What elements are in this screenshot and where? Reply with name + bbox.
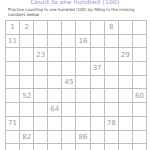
grid-cell-blank — [48, 48, 62, 62]
grid-cell-blank — [20, 103, 34, 117]
grid-cell-given: 82 — [20, 131, 34, 145]
grid-cell-blank — [20, 76, 34, 90]
grid-cell-blank — [62, 35, 76, 49]
grid-cell-blank — [119, 131, 133, 145]
grid-cell-given: 45 — [62, 76, 76, 90]
grid-cell-given: 16 — [76, 35, 90, 49]
hundred-chart-grid: 12811162329374552606471788286 — [5, 20, 147, 150]
grid-cell-blank — [91, 76, 105, 90]
grid-cell-blank — [34, 89, 48, 103]
grid-cell-blank — [119, 76, 133, 90]
grid-cell-blank — [91, 144, 105, 150]
grid-cell-blank — [62, 21, 76, 35]
grid-cell-given: 11 — [6, 35, 20, 49]
grid-cell-blank — [133, 117, 147, 131]
grid-cell-blank — [105, 76, 119, 90]
grid-cell-given: 52 — [20, 89, 34, 103]
grid-cell-blank — [91, 21, 105, 35]
grid-cell-blank — [20, 62, 34, 76]
grid-cell-blank — [91, 89, 105, 103]
grid-cell-blank — [133, 21, 147, 35]
grid-cell-blank — [133, 76, 147, 90]
grid-cell-blank — [119, 35, 133, 49]
grid-cell-blank — [76, 144, 90, 150]
grid-cell-blank — [6, 62, 20, 76]
grid-cell-blank — [62, 117, 76, 131]
grid-cell-given: 78 — [105, 117, 119, 131]
worksheet-page: Count to one hundred (100) Practice coun… — [0, 0, 150, 150]
grid-cell-blank — [62, 89, 76, 103]
grid-cell-blank — [34, 62, 48, 76]
grid-cell-blank — [76, 89, 90, 103]
grid-cell-blank — [76, 21, 90, 35]
worksheet-instructions: Practice counting to one hundred (100) b… — [8, 7, 138, 18]
grid-cell-blank — [91, 35, 105, 49]
grid-cell-blank — [105, 35, 119, 49]
grid-cell-blank — [91, 48, 105, 62]
grid-cell-blank — [133, 62, 147, 76]
grid-cell-blank — [105, 131, 119, 145]
grid-cell-blank — [20, 48, 34, 62]
grid-cell-blank — [133, 131, 147, 145]
grid-cell-blank — [91, 131, 105, 145]
grid-cell-blank — [76, 117, 90, 131]
grid-cell-blank — [6, 48, 20, 62]
grid-cell-given: 23 — [34, 48, 48, 62]
grid-cell-given: 1 — [6, 21, 20, 35]
grid-cell-blank — [76, 103, 90, 117]
grid-cell-blank — [48, 144, 62, 150]
grid-cell-blank — [105, 144, 119, 150]
grid-cell-blank — [48, 117, 62, 131]
grid-cell-given: 71 — [6, 117, 20, 131]
grid-cell-blank — [34, 21, 48, 35]
grid-cell-blank — [48, 76, 62, 90]
grid-cell-given: 29 — [119, 48, 133, 62]
grid-cell-blank — [133, 48, 147, 62]
grid-cell-blank — [62, 131, 76, 145]
grid-cell-blank — [6, 131, 20, 145]
grid-cell-blank — [119, 62, 133, 76]
grid-cell-blank — [62, 48, 76, 62]
grid-cell-blank — [48, 131, 62, 145]
grid-cell-blank — [48, 35, 62, 49]
grid-cell-blank — [119, 89, 133, 103]
worksheet-title: Count to one hundred (100) — [0, 0, 150, 6]
grid-cell-blank — [48, 62, 62, 76]
grid-cell-blank — [105, 48, 119, 62]
grid-cell-blank — [6, 76, 20, 90]
grid-cell-blank — [20, 117, 34, 131]
grid-cell-blank — [91, 117, 105, 131]
grid-cell-given: 8 — [105, 21, 119, 35]
grid-cell-blank — [133, 103, 147, 117]
grid-cell-blank — [119, 117, 133, 131]
grid-cell-blank — [91, 103, 105, 117]
grid-cell-given: 86 — [76, 131, 90, 145]
grid-cell-blank — [62, 144, 76, 150]
grid-cell-blank — [34, 144, 48, 150]
grid-cell-given: 60 — [133, 89, 147, 103]
grid-cell-blank — [62, 62, 76, 76]
grid-cell-blank — [34, 131, 48, 145]
grid-cell-blank — [119, 103, 133, 117]
grid-cell-blank — [76, 48, 90, 62]
grid-cell-blank — [34, 76, 48, 90]
grid-cell-blank — [20, 144, 34, 150]
grid-cell-blank — [133, 144, 147, 150]
grid-cell-blank — [76, 62, 90, 76]
grid-cell-blank — [48, 21, 62, 35]
grid-cell-given: 37 — [91, 62, 105, 76]
grid-cell-blank — [76, 76, 90, 90]
grid-cell-blank — [105, 62, 119, 76]
grid-cell-blank — [48, 89, 62, 103]
grid-cell-blank — [62, 103, 76, 117]
grid-cell-blank — [133, 35, 147, 49]
grid-cell-blank — [105, 89, 119, 103]
grid-cell-given: 64 — [48, 103, 62, 117]
grid-cell-given: 2 — [20, 21, 34, 35]
grid-cell-blank — [34, 103, 48, 117]
grid-cell-blank — [6, 103, 20, 117]
grid-cell-blank — [119, 21, 133, 35]
grid-cell-blank — [6, 89, 20, 103]
grid-cell-blank — [34, 117, 48, 131]
grid-cell-blank — [6, 144, 20, 150]
grid-cell-blank — [105, 103, 119, 117]
grid-cell-blank — [119, 144, 133, 150]
grid-cell-blank — [20, 35, 34, 49]
grid-cell-blank — [34, 35, 48, 49]
